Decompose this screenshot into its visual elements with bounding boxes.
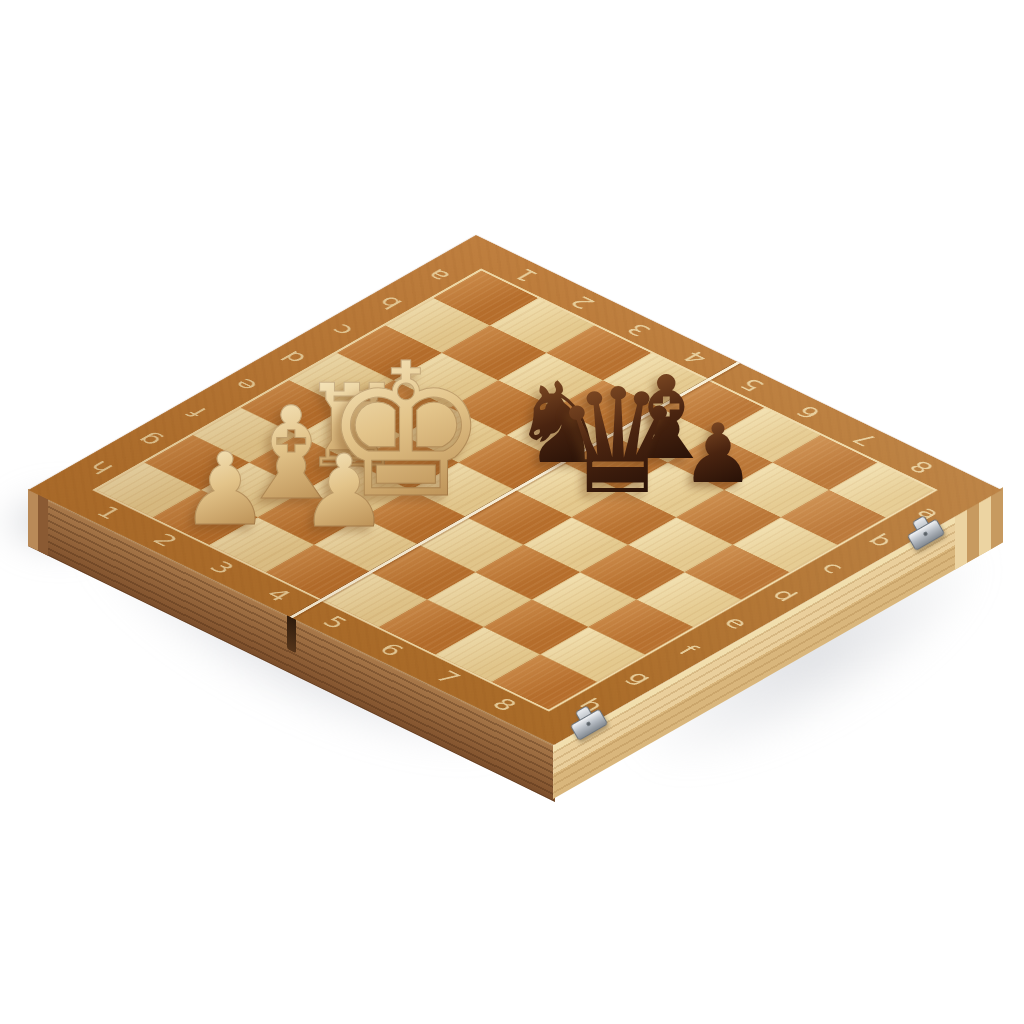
corner-finger-joint xyxy=(979,494,991,556)
rank-label-near-6: 6 xyxy=(374,641,408,659)
rank-label-far-7: 7 xyxy=(848,431,882,449)
file-label-near-e: e xyxy=(719,614,753,632)
file-label-near-g: g xyxy=(623,668,657,686)
rank-label-far-8: 8 xyxy=(905,458,939,476)
rank-label-near-2: 2 xyxy=(148,531,182,549)
white-pawn-h3: ♟ xyxy=(180,440,270,540)
file-label-far-h: h xyxy=(84,458,118,476)
rank-label-near-8: 8 xyxy=(487,696,521,714)
rank-label-near-1: 1 xyxy=(91,504,125,522)
rank-label-far-6: 6 xyxy=(792,403,826,421)
file-label-near-c: c xyxy=(816,559,848,576)
corner-finger-joint xyxy=(967,501,979,563)
file-label-far-b: b xyxy=(373,293,407,311)
rank-label-far-2: 2 xyxy=(565,293,599,311)
rank-label-far-5: 5 xyxy=(735,376,769,394)
file-label-near-f: f xyxy=(674,643,702,658)
rank-label-near-7: 7 xyxy=(430,668,464,686)
product-photo-stage: aa11bb22cc33dd44ee55ff66gg77hh88 ♝♞♜♟♛♚♝… xyxy=(0,0,1024,1024)
fold-seam-notch xyxy=(287,615,296,654)
rank-label-near-5: 5 xyxy=(317,614,351,632)
rank-label-far-3: 3 xyxy=(622,321,656,339)
corner-finger-joint xyxy=(991,487,1003,549)
file-label-far-f: f xyxy=(184,405,212,420)
black-queen-d6: ♛ xyxy=(553,369,683,514)
file-label-far-a: a xyxy=(421,266,455,284)
rank-label-near-3: 3 xyxy=(204,559,238,577)
file-label-near-d: d xyxy=(767,586,801,604)
corner-finger-joint xyxy=(28,489,38,551)
rank-label-far-1: 1 xyxy=(509,266,543,284)
black-pawn-c7: ♟ xyxy=(681,413,755,495)
corner-finger-joint xyxy=(38,494,48,556)
corner-finger-joint xyxy=(955,508,967,570)
rank-label-near-4: 4 xyxy=(261,586,295,604)
file-label-far-g: g xyxy=(132,431,166,449)
white-pawn-g4: ♟ xyxy=(299,442,389,542)
file-label-near-b: b xyxy=(863,531,897,549)
